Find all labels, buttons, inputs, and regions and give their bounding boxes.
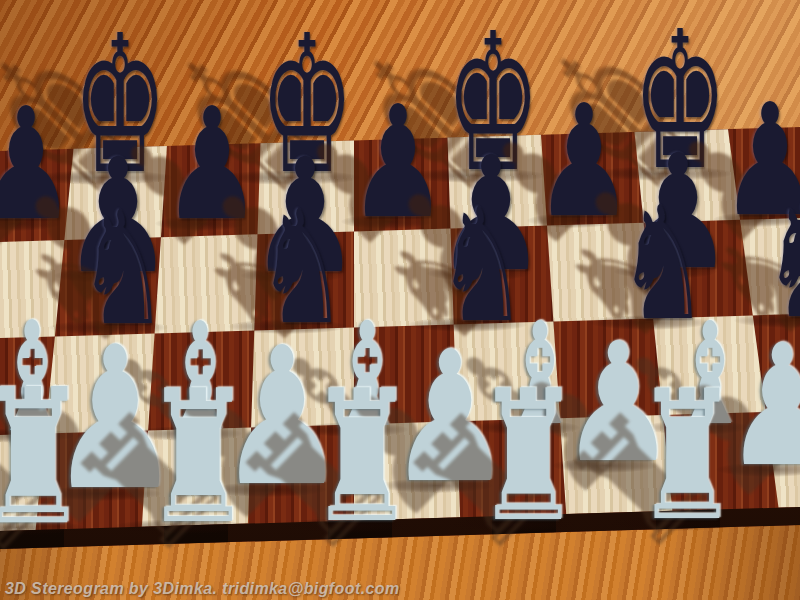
- black-knight: ♞: [763, 202, 800, 321]
- white-rook: ♜: [635, 388, 738, 524]
- caption-credit: 3D Stereogram by 3Dimka. tridimka@bigfoo…: [5, 580, 400, 598]
- stereogram-wallpaper: ♚♚♚♚♚♚♚♚♟♟♟♟♟♟♟♟♟♟♟♟♟♟♟♟♟♟♞♞♞♞♞♞♞♞♞♞♝♝♝♝…: [0, 0, 800, 600]
